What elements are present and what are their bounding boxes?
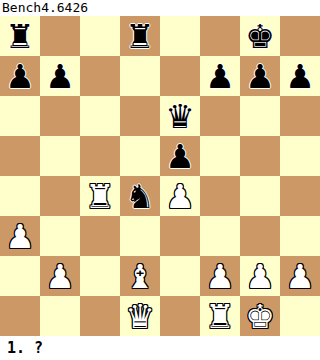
square-e2[interactable] [160, 256, 200, 296]
square-e1[interactable] [160, 296, 200, 336]
chess-board: ♜♜♚♟♟♟♟♟♛♟♜♞♟♟♟♝♟♟♟♛♜♚ [0, 16, 320, 336]
square-e7[interactable] [160, 56, 200, 96]
square-c4[interactable]: ♜ [80, 176, 120, 216]
black-pawn[interactable]: ♟ [205, 60, 235, 93]
square-b1[interactable] [40, 296, 80, 336]
square-f5[interactable] [200, 136, 240, 176]
move-prompt: 1. ? [7, 337, 43, 360]
square-a2[interactable] [0, 256, 40, 296]
white-pawn[interactable]: ♟ [165, 180, 195, 213]
white-rook[interactable]: ♜ [85, 180, 115, 213]
square-b7[interactable]: ♟ [40, 56, 80, 96]
square-a6[interactable] [0, 96, 40, 136]
square-h8[interactable] [280, 16, 320, 56]
white-queen[interactable]: ♛ [125, 300, 155, 333]
square-h1[interactable] [280, 296, 320, 336]
square-d2[interactable]: ♝ [120, 256, 160, 296]
square-b2[interactable]: ♟ [40, 256, 80, 296]
white-pawn[interactable]: ♟ [5, 220, 35, 253]
square-d8[interactable]: ♜ [120, 16, 160, 56]
chess-app-window: Bench4.6426 ♜♜♚♟♟♟♟♟♛♟♜♞♟♟♟♝♟♟♟♛♜♚ 1. ? [0, 0, 320, 360]
square-h4[interactable] [280, 176, 320, 216]
square-h5[interactable] [280, 136, 320, 176]
square-a7[interactable]: ♟ [0, 56, 40, 96]
square-c6[interactable] [80, 96, 120, 136]
white-rook[interactable]: ♜ [205, 300, 235, 333]
square-h2[interactable]: ♟ [280, 256, 320, 296]
black-pawn[interactable]: ♟ [245, 60, 275, 93]
square-c8[interactable] [80, 16, 120, 56]
black-knight[interactable]: ♞ [125, 180, 155, 213]
square-b5[interactable] [40, 136, 80, 176]
square-d6[interactable] [120, 96, 160, 136]
black-pawn[interactable]: ♟ [165, 140, 195, 173]
square-e5[interactable]: ♟ [160, 136, 200, 176]
white-bishop[interactable]: ♝ [125, 260, 155, 293]
square-g6[interactable] [240, 96, 280, 136]
black-king[interactable]: ♚ [245, 20, 275, 53]
page-title: Bench4.6426 [2, 0, 88, 16]
square-a4[interactable] [0, 176, 40, 216]
square-g4[interactable] [240, 176, 280, 216]
square-f2[interactable]: ♟ [200, 256, 240, 296]
square-f1[interactable]: ♜ [200, 296, 240, 336]
square-h7[interactable]: ♟ [280, 56, 320, 96]
square-g2[interactable]: ♟ [240, 256, 280, 296]
black-pawn[interactable]: ♟ [285, 60, 315, 93]
square-d3[interactable] [120, 216, 160, 256]
square-c1[interactable] [80, 296, 120, 336]
square-d7[interactable] [120, 56, 160, 96]
square-h6[interactable] [280, 96, 320, 136]
square-e6[interactable]: ♛ [160, 96, 200, 136]
square-a1[interactable] [0, 296, 40, 336]
black-queen[interactable]: ♛ [165, 100, 195, 133]
square-a5[interactable] [0, 136, 40, 176]
square-d4[interactable]: ♞ [120, 176, 160, 216]
square-c7[interactable] [80, 56, 120, 96]
square-f7[interactable]: ♟ [200, 56, 240, 96]
square-f6[interactable] [200, 96, 240, 136]
square-f4[interactable] [200, 176, 240, 216]
square-a3[interactable]: ♟ [0, 216, 40, 256]
black-rook[interactable]: ♜ [125, 20, 155, 53]
square-g7[interactable]: ♟ [240, 56, 280, 96]
square-f3[interactable] [200, 216, 240, 256]
square-c3[interactable] [80, 216, 120, 256]
black-pawn[interactable]: ♟ [5, 60, 35, 93]
square-h3[interactable] [280, 216, 320, 256]
black-pawn[interactable]: ♟ [45, 60, 75, 93]
square-b6[interactable] [40, 96, 80, 136]
white-pawn[interactable]: ♟ [205, 260, 235, 293]
square-d1[interactable]: ♛ [120, 296, 160, 336]
square-b3[interactable] [40, 216, 80, 256]
square-e8[interactable] [160, 16, 200, 56]
square-b4[interactable] [40, 176, 80, 216]
square-c2[interactable] [80, 256, 120, 296]
square-g5[interactable] [240, 136, 280, 176]
white-pawn[interactable]: ♟ [285, 260, 315, 293]
black-rook[interactable]: ♜ [5, 20, 35, 53]
square-g3[interactable] [240, 216, 280, 256]
white-pawn[interactable]: ♟ [45, 260, 75, 293]
white-pawn[interactable]: ♟ [245, 260, 275, 293]
square-g1[interactable]: ♚ [240, 296, 280, 336]
square-a8[interactable]: ♜ [0, 16, 40, 56]
square-f8[interactable] [200, 16, 240, 56]
square-e3[interactable] [160, 216, 200, 256]
square-c5[interactable] [80, 136, 120, 176]
square-b8[interactable] [40, 16, 80, 56]
white-king[interactable]: ♚ [245, 300, 275, 333]
square-g8[interactable]: ♚ [240, 16, 280, 56]
square-e4[interactable]: ♟ [160, 176, 200, 216]
square-d5[interactable] [120, 136, 160, 176]
